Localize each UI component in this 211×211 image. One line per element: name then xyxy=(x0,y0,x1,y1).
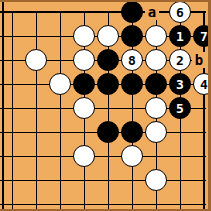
move-number: 4 xyxy=(200,78,208,91)
black-stone-move-1[interactable]: 1 xyxy=(169,25,191,47)
board-point[interactable] xyxy=(49,25,71,47)
board-point[interactable] xyxy=(25,73,47,95)
board-point[interactable] xyxy=(97,169,119,191)
diagram-border-right xyxy=(208,0,211,211)
black-stone-move-5[interactable]: 5 xyxy=(169,97,191,119)
board-point[interactable] xyxy=(1,73,23,95)
black-stone[interactable] xyxy=(97,49,119,71)
board-point[interactable] xyxy=(97,1,119,23)
board-point[interactable] xyxy=(73,169,95,191)
board-point[interactable] xyxy=(1,1,23,23)
white-stone[interactable] xyxy=(145,49,167,71)
white-stone[interactable] xyxy=(73,97,95,119)
white-stone-move-6[interactable]: 6 xyxy=(169,1,191,23)
board-point[interactable] xyxy=(25,1,47,23)
black-stone[interactable] xyxy=(145,73,167,95)
board-point[interactable] xyxy=(1,145,23,167)
board-point[interactable] xyxy=(121,97,143,119)
white-stone[interactable] xyxy=(145,25,167,47)
board-point[interactable] xyxy=(49,145,71,167)
board-point[interactable] xyxy=(121,169,143,191)
board-point[interactable] xyxy=(97,145,119,167)
diagram-border-top xyxy=(0,0,211,2)
point-label-b[interactable]: b xyxy=(192,52,206,68)
board-point[interactable] xyxy=(25,97,47,119)
board-point[interactable] xyxy=(49,121,71,143)
diagram-border-bottom xyxy=(0,209,211,211)
board-point[interactable] xyxy=(145,145,167,167)
white-stone-move-2[interactable]: 2 xyxy=(169,49,191,71)
white-stone[interactable] xyxy=(49,73,71,95)
move-number: 2 xyxy=(176,54,184,67)
black-stone[interactable] xyxy=(97,121,119,143)
black-stone[interactable] xyxy=(121,25,143,47)
white-stone[interactable] xyxy=(73,145,95,167)
black-stone[interactable] xyxy=(121,121,143,143)
board-point[interactable] xyxy=(1,25,23,47)
white-stone[interactable] xyxy=(145,121,167,143)
board-point[interactable] xyxy=(1,121,23,143)
white-stone[interactable] xyxy=(145,169,167,191)
white-stone[interactable] xyxy=(97,25,119,47)
black-stone[interactable] xyxy=(73,73,95,95)
black-stone[interactable] xyxy=(121,73,143,95)
board-point[interactable] xyxy=(25,25,47,47)
move-number: 3 xyxy=(176,78,184,91)
board-point[interactable] xyxy=(169,145,191,167)
point-label-a[interactable]: a xyxy=(145,4,159,20)
board-point[interactable] xyxy=(49,169,71,191)
white-stone[interactable] xyxy=(145,97,167,119)
move-number: 7 xyxy=(200,30,208,43)
board-point[interactable] xyxy=(73,121,95,143)
board-point[interactable] xyxy=(25,169,47,191)
white-stone[interactable] xyxy=(25,49,47,71)
board-point[interactable] xyxy=(49,1,71,23)
black-stone[interactable] xyxy=(121,1,143,23)
move-number: 6 xyxy=(176,6,184,19)
board-point[interactable] xyxy=(169,121,191,143)
move-number: 5 xyxy=(176,102,184,115)
white-stone[interactable] xyxy=(121,145,143,167)
white-stone[interactable] xyxy=(73,25,95,47)
board-point[interactable] xyxy=(1,97,23,119)
board-point[interactable] xyxy=(49,97,71,119)
black-stone[interactable] xyxy=(97,73,119,95)
move-number: 1 xyxy=(176,30,184,43)
board-point[interactable] xyxy=(1,169,23,191)
board-point[interactable] xyxy=(1,49,23,71)
white-stone[interactable] xyxy=(73,49,95,71)
board-point[interactable] xyxy=(25,121,47,143)
board-point[interactable] xyxy=(169,169,191,191)
go-board-diagram: ab 61782345 xyxy=(0,0,211,211)
board-point[interactable] xyxy=(73,1,95,23)
white-stone-move-8[interactable]: 8 xyxy=(121,49,143,71)
move-number: 8 xyxy=(128,54,136,67)
board-point[interactable] xyxy=(97,97,119,119)
board-point[interactable] xyxy=(25,145,47,167)
black-stone-move-3[interactable]: 3 xyxy=(169,73,191,95)
board-point[interactable] xyxy=(49,49,71,71)
